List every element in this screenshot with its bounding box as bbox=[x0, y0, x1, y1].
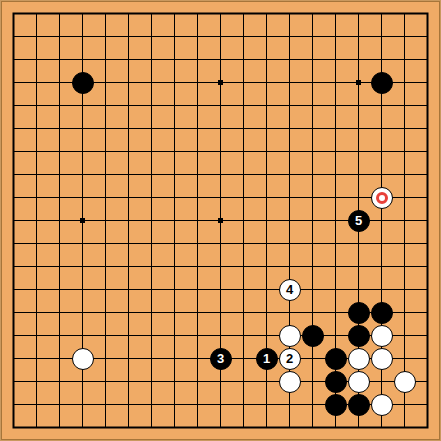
stone-black bbox=[325, 394, 347, 416]
go-board: 54312 bbox=[0, 0, 441, 441]
move-number: 3 bbox=[217, 352, 224, 365]
intersection-Q3 bbox=[347, 370, 370, 393]
stone-black bbox=[371, 72, 393, 94]
stone-white-move-4: 4 bbox=[279, 279, 301, 301]
stone-black bbox=[72, 72, 94, 94]
stone-white bbox=[279, 325, 301, 347]
move-number: 1 bbox=[263, 352, 270, 365]
intersection-D4 bbox=[71, 347, 94, 370]
intersection-P4 bbox=[324, 347, 347, 370]
red-circle-mark-icon bbox=[376, 192, 388, 204]
intersection-N5 bbox=[278, 324, 301, 347]
stone-black bbox=[348, 394, 370, 416]
intersection-D16 bbox=[71, 71, 94, 94]
stone-white bbox=[279, 371, 301, 393]
move-number: 4 bbox=[286, 283, 293, 296]
intersection-Q6 bbox=[347, 301, 370, 324]
intersection-N7: 4 bbox=[278, 278, 301, 301]
intersection-R6 bbox=[370, 301, 393, 324]
stone-black bbox=[302, 325, 324, 347]
intersection-M4: 1 bbox=[255, 347, 278, 370]
stone-black bbox=[325, 348, 347, 370]
intersection-Q5 bbox=[347, 324, 370, 347]
stone-white bbox=[371, 325, 393, 347]
intersection-Q10: 5 bbox=[347, 209, 370, 232]
stone-white-move-2: 2 bbox=[279, 348, 301, 370]
intersection-P2 bbox=[324, 393, 347, 416]
stones-layer: 54312 bbox=[2, 2, 439, 439]
intersection-Q4 bbox=[347, 347, 370, 370]
intersection-N3 bbox=[278, 370, 301, 393]
intersection-O5 bbox=[301, 324, 324, 347]
intersection-Q2 bbox=[347, 393, 370, 416]
move-number: 5 bbox=[355, 214, 362, 227]
stone-black-move-3: 3 bbox=[210, 348, 232, 370]
intersection-R16 bbox=[370, 71, 393, 94]
intersection-P3 bbox=[324, 370, 347, 393]
stone-white bbox=[371, 394, 393, 416]
stone-black bbox=[325, 371, 347, 393]
stone-white bbox=[348, 348, 370, 370]
intersection-R4 bbox=[370, 347, 393, 370]
stone-black bbox=[371, 302, 393, 324]
intersection-S3 bbox=[393, 370, 416, 393]
intersection-K4: 3 bbox=[209, 347, 232, 370]
stone-black bbox=[348, 302, 370, 324]
stone-black-move-5: 5 bbox=[348, 210, 370, 232]
intersection-R5 bbox=[370, 324, 393, 347]
stone-black bbox=[348, 325, 370, 347]
stone-white-marked bbox=[371, 187, 393, 209]
move-number: 2 bbox=[286, 352, 293, 365]
stone-white bbox=[371, 348, 393, 370]
intersection-R11 bbox=[370, 186, 393, 209]
stone-black-move-1: 1 bbox=[256, 348, 278, 370]
stone-white bbox=[348, 371, 370, 393]
intersection-R2 bbox=[370, 393, 393, 416]
stone-white bbox=[394, 371, 416, 393]
intersection-N4: 2 bbox=[278, 347, 301, 370]
stone-white bbox=[72, 348, 94, 370]
